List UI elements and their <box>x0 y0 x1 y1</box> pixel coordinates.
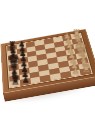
square-a6 <box>30 77 41 84</box>
square-a7: ♟ <box>20 78 31 85</box>
chess-scene: ♜♟♟♜♞♟♟♞♝♟♟♝♚♟♟♚♛♟♟♛♝♟♟♝♞♟♟♞♜♟♟♜ <box>1 13 93 105</box>
square-a8: ♜ <box>10 80 21 87</box>
product-photo: ♜♟♟♜♞♟♟♞♝♟♟♝♚♟♟♚♛♟♟♛♝♟♟♝♞♟♟♞♜♟♟♜ <box>0 0 95 126</box>
square-b4 <box>49 68 60 75</box>
square-a4 <box>50 73 61 80</box>
piece-white-rook: ♜ <box>82 64 91 75</box>
square-c4 <box>48 62 59 69</box>
square-a1: ♜ <box>80 68 92 75</box>
piece-black-rook: ♜ <box>10 76 19 87</box>
chess-board-box: ♜♟♟♜♞♟♟♞♝♟♟♝♚♟♟♚♛♟♟♛♝♟♟♝♞♟♟♞♜♟♟♜ <box>0 29 95 93</box>
piece-white-pawn: ♟ <box>72 68 80 76</box>
piece-black-pawn: ♟ <box>22 77 30 85</box>
square-a2: ♟ <box>70 70 81 77</box>
